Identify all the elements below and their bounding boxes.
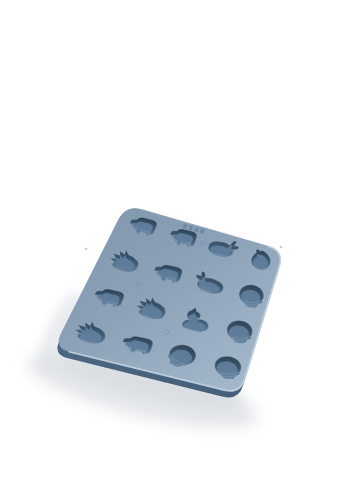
product-photo: Angled overhead product photo of a dusty… — [0, 0, 345, 480]
dust-speck — [280, 246, 283, 249]
dust-speck — [85, 248, 88, 251]
ice-cube-tray-image — [0, 0, 345, 480]
